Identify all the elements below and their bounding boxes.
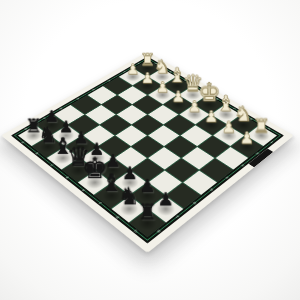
black-rook: ♜: [128, 201, 167, 223]
photo-background: abcdefgh abcdefgh 12345678 12345678 ♜♞♝♛…: [0, 0, 300, 300]
white-pawn: ♟: [230, 130, 265, 146]
vinyl-chess-mat: abcdefgh abcdefgh 12345678 12345678 ♜♞♝♛…: [1, 52, 294, 253]
coordinate-mark: 1: [269, 140, 274, 144]
board-border-band: abcdefgh abcdefgh 12345678 12345678 ♜♞♝♛…: [11, 57, 284, 244]
coordinate-mark: 3: [240, 163, 245, 167]
coordinate-mark: 4: [225, 175, 230, 179]
board-square: ♟: [231, 136, 263, 158]
coordinate-mark: c: [49, 163, 55, 167]
board-square: [164, 115, 195, 135]
board-square: ♜: [130, 210, 166, 238]
coordinate-mark: 5: [208, 188, 214, 192]
chess-board: ♜♞♝♛♚♝♞♜♟♟♟♟♟♟♟♟♟♟♟♟♟♟♟♟♜♞♝♛♚♝♞♜: [18, 60, 277, 237]
